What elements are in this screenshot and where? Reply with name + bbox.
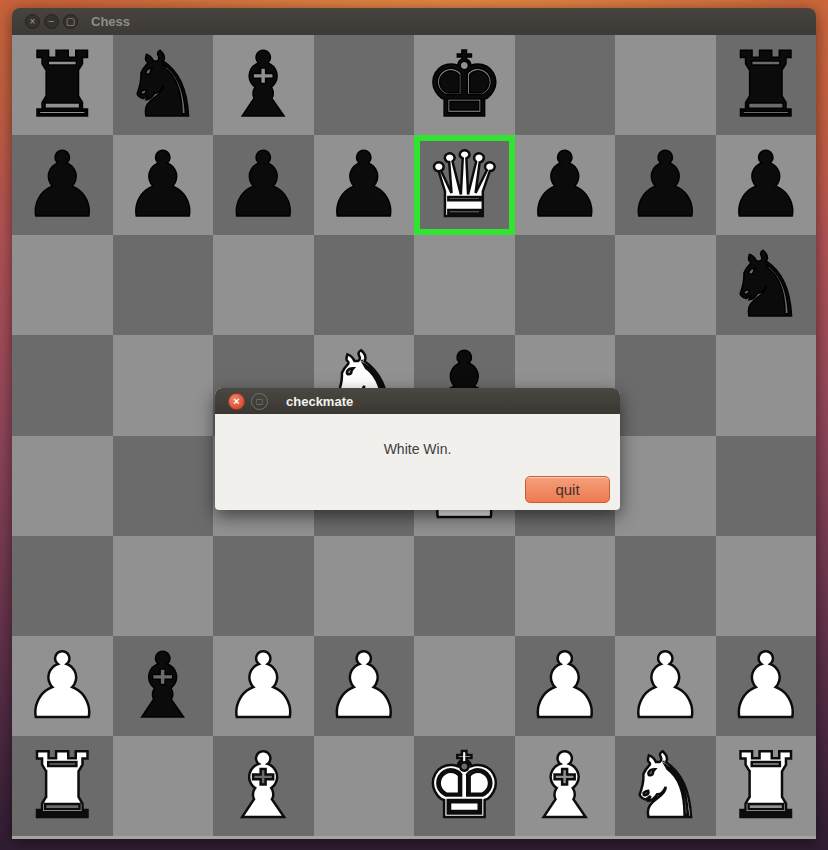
square-g2[interactable]: ♟ (615, 636, 716, 736)
square-e6[interactable] (414, 235, 515, 335)
black-bishop: ♝ (122, 641, 203, 731)
black-rook: ♜ (22, 40, 103, 130)
square-a4[interactable] (12, 436, 113, 536)
white-queen: ♛ (424, 140, 505, 230)
desktop-background: × − ▢ Chess ♜♞♝♚♜♟♟♟♟♛♟♟♟♞♞♟♟♟♝♟♟♟♟♟♜♝♚♝… (0, 0, 828, 850)
square-d6[interactable] (314, 235, 415, 335)
square-g8[interactable] (615, 35, 716, 135)
square-c2[interactable]: ♟ (213, 636, 314, 736)
square-a7[interactable]: ♟ (12, 135, 113, 235)
white-knight: ♞ (625, 741, 706, 831)
square-e2[interactable] (414, 636, 515, 736)
square-b8[interactable]: ♞ (113, 35, 214, 135)
square-f7[interactable]: ♟ (515, 135, 616, 235)
square-f6[interactable] (515, 235, 616, 335)
white-pawn: ♟ (223, 641, 304, 731)
square-d3[interactable] (314, 536, 415, 636)
window-minimize-icon[interactable]: − (44, 14, 59, 29)
square-c8[interactable]: ♝ (213, 35, 314, 135)
square-b4[interactable] (113, 436, 214, 536)
square-h7[interactable]: ♟ (716, 135, 817, 235)
square-d7[interactable]: ♟ (314, 135, 415, 235)
black-bishop: ♝ (223, 40, 304, 130)
black-king: ♚ (424, 40, 505, 130)
square-b7[interactable]: ♟ (113, 135, 214, 235)
black-pawn: ♟ (625, 140, 706, 230)
square-h2[interactable]: ♟ (716, 636, 817, 736)
square-h6[interactable]: ♞ (716, 235, 817, 335)
square-a1[interactable]: ♜ (12, 736, 113, 836)
square-f3[interactable] (515, 536, 616, 636)
square-b5[interactable] (113, 335, 214, 435)
square-c3[interactable] (213, 536, 314, 636)
square-e7[interactable]: ♛ (414, 135, 515, 235)
square-a3[interactable] (12, 536, 113, 636)
square-a8[interactable]: ♜ (12, 35, 113, 135)
square-a5[interactable] (12, 335, 113, 435)
dialog-maximize-icon[interactable]: ▢ (251, 393, 268, 410)
square-g1[interactable]: ♞ (615, 736, 716, 836)
checkmate-dialog: × ▢ checkmate White Win. quit (215, 388, 620, 510)
square-e8[interactable]: ♚ (414, 35, 515, 135)
white-bishop: ♝ (223, 741, 304, 831)
square-g3[interactable] (615, 536, 716, 636)
square-d8[interactable] (314, 35, 415, 135)
square-b6[interactable] (113, 235, 214, 335)
dialog-message: White Win. (215, 414, 620, 457)
square-c1[interactable]: ♝ (213, 736, 314, 836)
white-pawn: ♟ (323, 641, 404, 731)
square-g4[interactable] (615, 436, 716, 536)
black-pawn: ♟ (22, 140, 103, 230)
black-knight: ♞ (122, 40, 203, 130)
dialog-titlebar[interactable]: × ▢ checkmate (215, 388, 620, 414)
square-h3[interactable] (716, 536, 817, 636)
square-a2[interactable]: ♟ (12, 636, 113, 736)
square-b1[interactable] (113, 736, 214, 836)
square-f1[interactable]: ♝ (515, 736, 616, 836)
square-h8[interactable]: ♜ (716, 35, 817, 135)
window-title: Chess (91, 14, 130, 29)
square-c6[interactable] (213, 235, 314, 335)
square-c7[interactable]: ♟ (213, 135, 314, 235)
white-rook: ♜ (725, 741, 806, 831)
white-king: ♚ (424, 741, 505, 831)
square-g5[interactable] (615, 335, 716, 435)
dialog-title: checkmate (286, 394, 353, 409)
square-a6[interactable] (12, 235, 113, 335)
black-rook: ♜ (725, 40, 806, 130)
square-h1[interactable]: ♜ (716, 736, 817, 836)
black-pawn: ♟ (524, 140, 605, 230)
white-pawn: ♟ (725, 641, 806, 731)
black-pawn: ♟ (122, 140, 203, 230)
square-e1[interactable]: ♚ (414, 736, 515, 836)
square-h4[interactable] (716, 436, 817, 536)
black-knight: ♞ (725, 240, 806, 330)
square-b3[interactable] (113, 536, 214, 636)
white-rook: ♜ (22, 741, 103, 831)
dialog-body: White Win. quit (215, 414, 620, 510)
dialog-close-icon[interactable]: × (228, 393, 245, 410)
window-close-icon[interactable]: × (25, 14, 40, 29)
window-titlebar[interactable]: × − ▢ Chess (12, 8, 816, 35)
white-bishop: ♝ (524, 741, 605, 831)
square-g7[interactable]: ♟ (615, 135, 716, 235)
white-pawn: ♟ (625, 641, 706, 731)
quit-button[interactable]: quit (525, 476, 610, 503)
square-d1[interactable] (314, 736, 415, 836)
white-pawn: ♟ (22, 641, 103, 731)
square-b2[interactable]: ♝ (113, 636, 214, 736)
square-g6[interactable] (615, 235, 716, 335)
white-pawn: ♟ (524, 641, 605, 731)
square-h5[interactable] (716, 335, 817, 435)
square-d2[interactable]: ♟ (314, 636, 415, 736)
black-pawn: ♟ (323, 140, 404, 230)
black-pawn: ♟ (223, 140, 304, 230)
window-maximize-icon[interactable]: ▢ (63, 14, 78, 29)
black-pawn: ♟ (725, 140, 806, 230)
square-f2[interactable]: ♟ (515, 636, 616, 736)
square-f8[interactable] (515, 35, 616, 135)
square-e3[interactable] (414, 536, 515, 636)
